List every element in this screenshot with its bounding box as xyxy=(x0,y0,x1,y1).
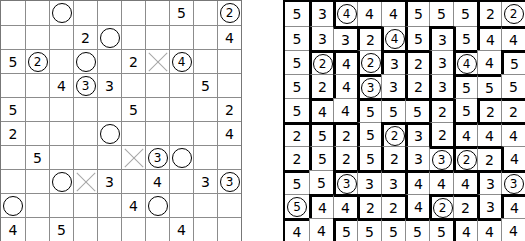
solution-cell-7-6: 3 xyxy=(405,146,429,170)
circle-marker xyxy=(52,172,72,192)
puzzle-cell-5-5[interactable] xyxy=(97,97,121,121)
circled-solution-number: 4 xyxy=(385,29,405,49)
puzzle-cell-4-8[interactable] xyxy=(169,73,193,97)
puzzle-cell-9-7[interactable] xyxy=(145,193,169,217)
solution-cell-10-1: 4 xyxy=(285,218,309,241)
puzzle-cell-7-5[interactable] xyxy=(97,145,121,169)
puzzle-cell-4-10[interactable] xyxy=(217,73,241,97)
solution-cell-4-6: 2 xyxy=(405,74,429,98)
solution-number: 5 xyxy=(509,80,518,94)
solution-number: 5 xyxy=(437,225,446,239)
clue-number: 4 xyxy=(129,199,138,213)
circled-solution-number: 4 xyxy=(457,54,477,74)
solution-cell-10-10: 4 xyxy=(501,218,525,241)
solution-cell-3-6: 2 xyxy=(405,50,429,74)
solution-cell-8-7: 4 xyxy=(429,170,453,194)
circled-solution-number: 3 xyxy=(361,78,381,98)
puzzle-cell-6-10[interactable]: 4 xyxy=(217,121,241,145)
puzzle-cell-5-3[interactable] xyxy=(49,97,73,121)
puzzle-cell-9-9[interactable] xyxy=(193,193,217,217)
circled-solution-number: 2 xyxy=(361,53,381,73)
circled-solution-number: 5 xyxy=(287,197,307,217)
solution-number: 5 xyxy=(462,104,471,118)
puzzle-cell-9-10[interactable] xyxy=(217,193,241,217)
circle-marker xyxy=(52,3,72,23)
solution-cell-3-5: 3 xyxy=(381,50,405,74)
solution-number: 5 xyxy=(317,176,326,190)
puzzle-cell-4-9[interactable]: 5 xyxy=(193,73,217,97)
solution-cell-5-1: 5 xyxy=(285,98,309,122)
puzzle-cell-6-1[interactable]: 2 xyxy=(1,121,25,145)
solution-cell-1-1: 5 xyxy=(285,2,309,26)
solution-cell-5-5: 5 xyxy=(381,98,405,122)
solution-number: 2 xyxy=(509,105,518,119)
solution-cell-8-10: 3 xyxy=(501,170,525,194)
solution-cell-2-3: 3 xyxy=(333,26,357,50)
clue-number: 5 xyxy=(57,223,66,237)
solution-cell-9-5: 2 xyxy=(381,194,405,218)
solution-number: 5 xyxy=(462,32,471,46)
solution-number: 4 xyxy=(510,201,519,215)
solution-number: 4 xyxy=(437,177,446,191)
puzzle-cell-8-4[interactable] xyxy=(73,169,97,193)
solution-number: 4 xyxy=(293,225,302,239)
solution-number: 2 xyxy=(486,105,495,119)
puzzle-cell-10-9[interactable] xyxy=(193,217,217,241)
solution-cell-7-3: 2 xyxy=(333,146,357,170)
solution-cell-1-2: 3 xyxy=(309,2,333,26)
solution-cell-6-4: 5 xyxy=(357,122,381,146)
circled-solution-number: 2 xyxy=(385,126,405,146)
solution-number: 2 xyxy=(293,152,302,166)
solution-number: 5 xyxy=(293,56,302,70)
puzzle-cell-8-9[interactable]: 3 xyxy=(193,169,217,193)
solution-cell-2-4: 2 xyxy=(357,26,381,50)
solution-number: 5 xyxy=(293,177,302,191)
solution-cell-3-2: 2 xyxy=(309,50,333,74)
puzzle-cell-8-1[interactable] xyxy=(1,169,25,193)
circle-marker xyxy=(172,148,192,168)
solution-number: 4 xyxy=(485,225,494,239)
solution-cell-10-5: 5 xyxy=(381,218,405,241)
clue-number: 3 xyxy=(201,175,210,189)
solution-cell-10-3: 5 xyxy=(333,218,357,241)
solution-number: 5 xyxy=(365,225,374,239)
solution-cell-7-2: 5 xyxy=(309,146,333,170)
solution-number: 4 xyxy=(342,80,351,94)
solution-number: 3 xyxy=(365,177,374,191)
solution-number: 5 xyxy=(461,7,470,21)
solution-number: 5 xyxy=(366,128,375,142)
puzzle-cell-9-1[interactable] xyxy=(1,193,25,217)
puzzle-cell-1-8[interactable]: 5 xyxy=(169,1,193,25)
puzzle-cell-3-9[interactable] xyxy=(193,49,217,73)
puzzle-cell-2-8[interactable] xyxy=(169,25,193,49)
puzzle-cell-7-6[interactable] xyxy=(121,145,145,169)
puzzle-cell-2-9[interactable] xyxy=(193,25,217,49)
puzzle-cell-7-1[interactable] xyxy=(1,145,25,169)
solution-cell-8-4: 3 xyxy=(357,170,381,194)
solution-number: 2 xyxy=(342,129,351,143)
clue-number: 4 xyxy=(225,31,234,45)
solution-number: 5 xyxy=(318,152,327,166)
puzzle-cell-3-3[interactable] xyxy=(49,49,73,73)
solution-cell-2-8: 5 xyxy=(453,26,477,50)
circled-clue-number: 3 xyxy=(76,76,96,96)
solution-number: 4 xyxy=(462,129,471,143)
solution-number: 4 xyxy=(485,129,494,143)
solution-cell-6-2: 5 xyxy=(309,122,333,146)
solution-number: 2 xyxy=(318,80,327,94)
solution-cell-2-9: 4 xyxy=(477,26,501,50)
solution-number: 2 xyxy=(366,33,375,47)
solution-number: 4 xyxy=(414,177,423,191)
solution-cell-4-2: 2 xyxy=(309,74,333,98)
puzzle-cell-5-10[interactable]: 2 xyxy=(217,97,241,121)
clue-number: 5 xyxy=(9,55,18,69)
puzzle-cell-4-4[interactable]: 3 xyxy=(73,73,97,97)
circled-solution-number: 2 xyxy=(433,198,453,218)
clue-number: 4 xyxy=(177,223,186,237)
solution-cell-2-5: 4 xyxy=(381,26,405,50)
solution-cell-1-5: 4 xyxy=(381,2,405,26)
solution-number: 4 xyxy=(486,33,495,47)
solution-number: 2 xyxy=(486,7,495,21)
solution-number: 5 xyxy=(293,80,302,94)
solution-number: 5 xyxy=(413,225,422,239)
puzzle-cell-10-6[interactable] xyxy=(121,217,145,241)
puzzle-cell-1-3[interactable] xyxy=(49,1,73,25)
solution-cell-1-10: 2 xyxy=(501,2,525,26)
puzzle-cell-2-5[interactable] xyxy=(97,25,121,49)
solution-number: 2 xyxy=(390,152,399,166)
puzzle-cell-1-9[interactable] xyxy=(193,1,217,25)
puzzle-cell-3-5[interactable] xyxy=(97,49,121,73)
puzzle-cell-7-2[interactable]: 5 xyxy=(25,145,49,169)
solution-cell-9-8: 2 xyxy=(453,194,477,218)
circled-solution-number: 2 xyxy=(504,4,524,24)
solution-cell-9-2: 4 xyxy=(309,194,333,218)
puzzle-cell-10-8[interactable]: 4 xyxy=(169,217,193,241)
circled-clue-number: 2 xyxy=(28,52,48,72)
solution-cell-1-6: 5 xyxy=(405,2,429,26)
clue-number: 3 xyxy=(105,79,114,93)
puzzle-cell-4-2[interactable] xyxy=(25,73,49,97)
puzzle-cell-1-5[interactable] xyxy=(97,1,121,25)
clue-number: 4 xyxy=(225,127,234,141)
solution-number: 4 xyxy=(462,225,471,239)
solution-cell-4-3: 4 xyxy=(333,74,357,98)
solution-cell-7-5: 2 xyxy=(381,146,405,170)
solution-number: 4 xyxy=(341,201,350,215)
circled-clue-number: 3 xyxy=(148,148,168,168)
solution-number: 4 xyxy=(318,201,327,215)
circled-solution-number: 3 xyxy=(337,174,357,194)
solution-cell-1-8: 5 xyxy=(453,2,477,26)
solution-number: 3 xyxy=(389,80,398,94)
puzzle-cell-7-8[interactable] xyxy=(169,145,193,169)
puzzle-cell-1-2[interactable] xyxy=(25,1,49,25)
puzzle-cell-6-9[interactable] xyxy=(193,121,217,145)
puzzle-cell-2-2[interactable] xyxy=(25,25,49,49)
solution-cell-2-10: 4 xyxy=(501,26,525,50)
puzzle-cell-4-5[interactable]: 3 xyxy=(97,73,121,97)
puzzle-cell-8-6[interactable] xyxy=(121,169,145,193)
puzzle-cell-4-6[interactable] xyxy=(121,73,145,97)
puzzle-cell-7-7[interactable]: 3 xyxy=(145,145,169,169)
puzzle-cell-7-10[interactable] xyxy=(217,145,241,169)
solution-number: 5 xyxy=(318,129,327,143)
solution-cell-3-3: 4 xyxy=(333,50,357,74)
puzzle-cell-3-2[interactable]: 2 xyxy=(25,49,49,73)
solution-number: 4 xyxy=(509,33,518,47)
solution-cell-4-1: 5 xyxy=(285,74,309,98)
solution-number: 5 xyxy=(293,7,302,21)
solution-number: 5 xyxy=(462,81,471,95)
solution-number: 5 xyxy=(510,57,519,71)
circled-solution-number: 2 xyxy=(313,54,333,74)
solution-cell-9-7: 2 xyxy=(429,194,453,218)
solution-cell-3-1: 5 xyxy=(285,50,309,74)
puzzle-cell-9-4[interactable] xyxy=(73,193,97,217)
puzzle-cell-6-8[interactable] xyxy=(169,121,193,145)
cross-marker xyxy=(76,172,96,192)
solution-cell-1-7: 5 xyxy=(429,2,453,26)
solution-number: 3 xyxy=(486,177,495,191)
solution-number: 5 xyxy=(437,7,446,21)
solution-cell-1-4: 4 xyxy=(357,2,381,26)
solution-number: 3 xyxy=(414,152,423,166)
puzzle-cell-1-1[interactable] xyxy=(1,1,25,25)
puzzle-cell-1-6[interactable] xyxy=(121,1,145,25)
solution-number: 5 xyxy=(414,7,423,21)
solution-cell-5-7: 2 xyxy=(429,98,453,122)
clue-number: 2 xyxy=(9,127,18,141)
solution-number: 3 xyxy=(438,80,447,94)
solution-number: 2 xyxy=(438,128,447,142)
puzzle-cell-2-6[interactable] xyxy=(121,25,145,49)
puzzle-cell-2-4[interactable]: 2 xyxy=(73,25,97,49)
puzzle-cell-10-2[interactable] xyxy=(25,217,49,241)
puzzle-cell-2-1[interactable] xyxy=(1,25,25,49)
solution-number: 4 xyxy=(509,224,518,238)
puzzle-cell-10-5[interactable] xyxy=(97,217,121,241)
solution-cell-5-2: 4 xyxy=(309,98,333,122)
puzzle-cell-10-1[interactable]: 4 xyxy=(1,217,25,241)
solution-cell-6-3: 2 xyxy=(333,122,357,146)
clue-number: 4 xyxy=(153,175,162,189)
solution-cell-7-1: 2 xyxy=(285,146,309,170)
solution-cell-8-2: 5 xyxy=(309,170,333,194)
solution-cell-8-8: 4 xyxy=(453,170,477,194)
solution-number: 3 xyxy=(438,56,447,70)
puzzle-cell-8-7[interactable]: 4 xyxy=(145,169,169,193)
circle-marker xyxy=(100,124,120,144)
puzzle-cell-8-10[interactable]: 3 xyxy=(217,169,241,193)
puzzle-cell-9-8[interactable] xyxy=(169,193,193,217)
solution-cell-10-9: 4 xyxy=(477,218,501,241)
solution-cell-10-6: 5 xyxy=(405,218,429,241)
solution-number: 3 xyxy=(486,200,495,214)
clue-number: 5 xyxy=(129,103,138,117)
puzzle-cell-6-2[interactable] xyxy=(25,121,49,145)
solution-number: 2 xyxy=(461,201,470,215)
circle-marker xyxy=(100,28,120,48)
solution-cell-5-10: 2 xyxy=(501,98,525,122)
solution-cell-4-7: 3 xyxy=(429,74,453,98)
solution-number: 5 xyxy=(293,32,302,46)
circle-marker xyxy=(76,52,96,72)
solution-number: 4 xyxy=(485,56,494,70)
solution-cell-9-6: 4 xyxy=(405,194,429,218)
solution-number: 2 xyxy=(414,80,423,94)
solution-cell-9-3: 4 xyxy=(333,194,357,218)
clue-number: 2 xyxy=(129,55,138,69)
puzzle-cell-7-4[interactable] xyxy=(73,145,97,169)
puzzle-cell-8-8[interactable] xyxy=(169,169,193,193)
puzzle-cell-5-6[interactable]: 5 xyxy=(121,97,145,121)
solution-number: 4 xyxy=(389,7,398,21)
puzzle-cell-3-7[interactable] xyxy=(145,49,169,73)
solution-number: 5 xyxy=(342,225,351,239)
puzzle-cell-2-3[interactable] xyxy=(49,25,73,49)
puzzle-cell-8-5[interactable]: 3 xyxy=(97,169,121,193)
solution-board: 5344455522533245354452423234455243323555… xyxy=(283,0,525,241)
solution-cell-7-9: 2 xyxy=(477,146,501,170)
solution-number: 3 xyxy=(318,32,327,46)
puzzle-cell-9-3[interactable] xyxy=(49,193,73,217)
solution-cell-8-5: 3 xyxy=(381,170,405,194)
solution-cell-2-1: 5 xyxy=(285,26,309,50)
puzzle-cell-3-8[interactable]: 4 xyxy=(169,49,193,73)
puzzle-cell-4-3[interactable]: 4 xyxy=(49,73,73,97)
solution-cell-4-9: 5 xyxy=(477,74,501,98)
puzzle-cell-8-3[interactable] xyxy=(49,169,73,193)
solution-number: 4 xyxy=(342,57,351,71)
puzzle-cell-2-10[interactable]: 4 xyxy=(217,25,241,49)
clue-number: 4 xyxy=(57,79,66,93)
circled-clue-number: 3 xyxy=(220,172,240,192)
puzzle-cell-5-4[interactable] xyxy=(73,97,97,121)
puzzle-cell-1-7[interactable] xyxy=(145,1,169,25)
solution-number: 5 xyxy=(413,105,422,119)
solution-number: 4 xyxy=(461,177,470,191)
puzzle-cell-1-10[interactable]: 2 xyxy=(217,1,241,25)
solution-number: 5 xyxy=(293,104,302,118)
solution-cell-8-9: 3 xyxy=(477,170,501,194)
solution-cell-6-5: 2 xyxy=(381,122,405,146)
puzzle-cell-5-1[interactable]: 5 xyxy=(1,97,25,121)
solution-cell-4-5: 3 xyxy=(381,74,405,98)
solution-cell-5-3: 4 xyxy=(333,98,357,122)
solution-number: 3 xyxy=(414,129,423,143)
solution-number: 2 xyxy=(389,201,398,215)
puzzle-cell-6-4[interactable] xyxy=(73,121,97,145)
solution-cell-10-7: 5 xyxy=(429,218,453,241)
puzzle-cell-4-1[interactable] xyxy=(1,73,25,97)
puzzle-cell-3-10[interactable] xyxy=(217,49,241,73)
solution-cell-10-4: 5 xyxy=(357,218,381,241)
solution-number: 4 xyxy=(341,104,350,118)
puzzle-cell-8-2[interactable] xyxy=(25,169,49,193)
fillomino-diagram: 522452244335552245334334454 534445552253… xyxy=(0,0,525,241)
puzzle-cell-10-4[interactable] xyxy=(73,217,97,241)
puzzle-cell-5-7[interactable] xyxy=(145,97,169,121)
solution-cell-6-9: 4 xyxy=(477,122,501,146)
puzzle-cell-7-9[interactable] xyxy=(193,145,217,169)
circled-solution-number: 4 xyxy=(337,4,357,24)
solution-cell-3-7: 3 xyxy=(429,50,453,74)
puzzle-cell-5-2[interactable] xyxy=(25,97,49,121)
puzzle-cell-6-7[interactable] xyxy=(145,121,169,145)
solution-cell-2-6: 5 xyxy=(405,26,429,50)
puzzle-cell-1-4[interactable] xyxy=(73,1,97,25)
solution-cell-7-4: 5 xyxy=(357,146,381,170)
circled-solution-number: 3 xyxy=(432,150,452,170)
clue-number: 4 xyxy=(9,223,18,237)
solution-cell-3-4: 2 xyxy=(357,50,381,74)
puzzle-cell-3-6[interactable]: 2 xyxy=(121,49,145,73)
clue-number: 2 xyxy=(225,103,234,117)
puzzle-cell-5-8[interactable] xyxy=(169,97,193,121)
puzzle-cell-6-3[interactable] xyxy=(49,121,73,145)
solution-number: 5 xyxy=(414,32,423,46)
puzzle-cell-3-4[interactable] xyxy=(73,49,97,73)
solution-cell-8-6: 4 xyxy=(405,170,429,194)
solution-cell-2-2: 3 xyxy=(309,26,333,50)
clue-number: 5 xyxy=(177,6,186,20)
circled-solution-number: 2 xyxy=(457,150,477,170)
puzzle-cell-10-10[interactable] xyxy=(217,217,241,241)
circled-clue-number: 2 xyxy=(220,3,240,23)
solution-number: 5 xyxy=(389,105,398,119)
solution-number: 5 xyxy=(366,152,375,166)
solution-cell-5-8: 5 xyxy=(453,98,477,122)
cross-marker xyxy=(124,148,144,168)
solution-cell-3-8: 4 xyxy=(453,50,477,74)
solution-cell-7-8: 2 xyxy=(453,146,477,170)
puzzle-cell-9-6[interactable]: 4 xyxy=(121,193,145,217)
clue-number: 3 xyxy=(105,175,114,189)
puzzle-cell-10-7[interactable] xyxy=(145,217,169,241)
puzzle-cell-3-1[interactable]: 5 xyxy=(1,49,25,73)
solution-cell-3-10: 5 xyxy=(501,50,525,74)
solution-number: 4 xyxy=(510,152,519,166)
puzzle-cell-4-7[interactable] xyxy=(145,73,169,97)
puzzle-cell-5-9[interactable] xyxy=(193,97,217,121)
puzzle-cell-7-3[interactable] xyxy=(49,145,73,169)
puzzle-cell-9-2[interactable] xyxy=(25,193,49,217)
puzzle-cell-10-3[interactable]: 5 xyxy=(49,217,73,241)
cross-marker xyxy=(148,52,168,72)
solution-number: 2 xyxy=(293,129,302,143)
puzzle-cell-6-5[interactable] xyxy=(97,121,121,145)
puzzle-cell-9-5[interactable] xyxy=(97,193,121,217)
solution-number: 5 xyxy=(366,105,375,119)
solution-number: 2 xyxy=(342,152,351,166)
solution-number: 2 xyxy=(438,105,447,119)
solution-number: 3 xyxy=(438,33,447,47)
solution-number: 5 xyxy=(389,225,398,239)
solution-number: 4 xyxy=(318,105,327,119)
clue-number: 2 xyxy=(81,31,90,45)
solution-cell-5-6: 5 xyxy=(405,98,429,122)
solution-number: 4 xyxy=(509,129,518,143)
puzzle-cell-2-7[interactable] xyxy=(145,25,169,49)
puzzle-cell-6-6[interactable] xyxy=(121,121,145,145)
circle-marker xyxy=(148,196,168,216)
solution-number: 3 xyxy=(341,33,350,47)
